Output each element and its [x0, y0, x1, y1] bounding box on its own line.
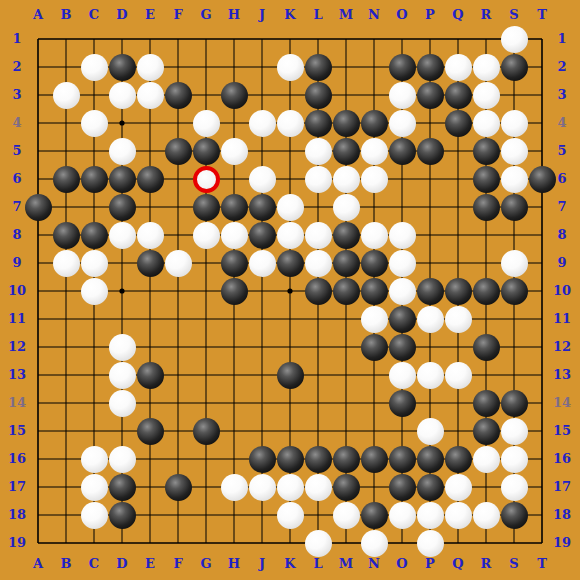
point-A18[interactable] — [24, 501, 52, 529]
point-E19[interactable] — [136, 529, 164, 557]
point-D5[interactable] — [108, 137, 136, 165]
point-C19[interactable] — [80, 529, 108, 557]
point-K16[interactable] — [276, 445, 304, 473]
point-M4[interactable] — [332, 109, 360, 137]
point-H9[interactable] — [220, 249, 248, 277]
point-E2[interactable] — [136, 53, 164, 81]
point-N10[interactable] — [360, 277, 388, 305]
point-T10[interactable] — [528, 277, 556, 305]
point-Q10[interactable] — [444, 277, 472, 305]
point-C18[interactable] — [80, 501, 108, 529]
point-J14[interactable] — [248, 389, 276, 417]
point-E4[interactable] — [136, 109, 164, 137]
point-G3[interactable] — [192, 81, 220, 109]
point-K10[interactable] — [276, 277, 304, 305]
point-K4[interactable] — [276, 109, 304, 137]
point-A11[interactable] — [24, 305, 52, 333]
point-L11[interactable] — [304, 305, 332, 333]
point-D13[interactable] — [108, 361, 136, 389]
point-T4[interactable] — [528, 109, 556, 137]
point-A15[interactable] — [24, 417, 52, 445]
point-N14[interactable] — [360, 389, 388, 417]
point-S18[interactable] — [500, 501, 528, 529]
point-F6[interactable] — [164, 165, 192, 193]
point-B12[interactable] — [52, 333, 80, 361]
point-L1[interactable] — [304, 25, 332, 53]
point-S4[interactable] — [500, 109, 528, 137]
point-F10[interactable] — [164, 277, 192, 305]
point-A13[interactable] — [24, 361, 52, 389]
point-B15[interactable] — [52, 417, 80, 445]
point-A2[interactable] — [24, 53, 52, 81]
point-K15[interactable] — [276, 417, 304, 445]
point-F15[interactable] — [164, 417, 192, 445]
point-T11[interactable] — [528, 305, 556, 333]
point-D18[interactable] — [108, 501, 136, 529]
point-T14[interactable] — [528, 389, 556, 417]
point-D1[interactable] — [108, 25, 136, 53]
point-C3[interactable] — [80, 81, 108, 109]
point-P12[interactable] — [416, 333, 444, 361]
point-P16[interactable] — [416, 445, 444, 473]
point-D12[interactable] — [108, 333, 136, 361]
point-D8[interactable] — [108, 221, 136, 249]
point-Q6[interactable] — [444, 165, 472, 193]
point-R11[interactable] — [472, 305, 500, 333]
point-K8[interactable] — [276, 221, 304, 249]
point-J19[interactable] — [248, 529, 276, 557]
point-Q11[interactable] — [444, 305, 472, 333]
point-T19[interactable] — [528, 529, 556, 557]
point-A4[interactable] — [24, 109, 52, 137]
point-R19[interactable] — [472, 529, 500, 557]
point-T2[interactable] — [528, 53, 556, 81]
point-P3[interactable] — [416, 81, 444, 109]
point-F5[interactable] — [164, 137, 192, 165]
point-C5[interactable] — [80, 137, 108, 165]
point-O8[interactable] — [388, 221, 416, 249]
point-H14[interactable] — [220, 389, 248, 417]
point-L4[interactable] — [304, 109, 332, 137]
point-E10[interactable] — [136, 277, 164, 305]
point-G4[interactable] — [192, 109, 220, 137]
point-O13[interactable] — [388, 361, 416, 389]
point-Q13[interactable] — [444, 361, 472, 389]
point-R15[interactable] — [472, 417, 500, 445]
point-R10[interactable] — [472, 277, 500, 305]
point-Q7[interactable] — [444, 193, 472, 221]
point-O10[interactable] — [388, 277, 416, 305]
point-M15[interactable] — [332, 417, 360, 445]
point-K1[interactable] — [276, 25, 304, 53]
point-N16[interactable] — [360, 445, 388, 473]
point-O1[interactable] — [388, 25, 416, 53]
point-G7[interactable] — [192, 193, 220, 221]
point-J6[interactable] — [248, 165, 276, 193]
point-P4[interactable] — [416, 109, 444, 137]
point-S14[interactable] — [500, 389, 528, 417]
point-P2[interactable] — [416, 53, 444, 81]
point-O15[interactable] — [388, 417, 416, 445]
point-G12[interactable] — [192, 333, 220, 361]
point-R12[interactable] — [472, 333, 500, 361]
point-G9[interactable] — [192, 249, 220, 277]
point-N4[interactable] — [360, 109, 388, 137]
point-E13[interactable] — [136, 361, 164, 389]
point-D6[interactable] — [108, 165, 136, 193]
point-H3[interactable] — [220, 81, 248, 109]
point-E12[interactable] — [136, 333, 164, 361]
point-D7[interactable] — [108, 193, 136, 221]
point-N19[interactable] — [360, 529, 388, 557]
point-M14[interactable] — [332, 389, 360, 417]
point-L19[interactable] — [304, 529, 332, 557]
point-D11[interactable] — [108, 305, 136, 333]
point-L9[interactable] — [304, 249, 332, 277]
point-T13[interactable] — [528, 361, 556, 389]
point-E7[interactable] — [136, 193, 164, 221]
point-A6[interactable] — [24, 165, 52, 193]
point-D17[interactable] — [108, 473, 136, 501]
point-K13[interactable] — [276, 361, 304, 389]
point-O17[interactable] — [388, 473, 416, 501]
point-F11[interactable] — [164, 305, 192, 333]
point-N7[interactable] — [360, 193, 388, 221]
point-D14[interactable] — [108, 389, 136, 417]
point-Q8[interactable] — [444, 221, 472, 249]
point-C2[interactable] — [80, 53, 108, 81]
point-B16[interactable] — [52, 445, 80, 473]
point-E1[interactable] — [136, 25, 164, 53]
point-G19[interactable] — [192, 529, 220, 557]
point-A5[interactable] — [24, 137, 52, 165]
point-P1[interactable] — [416, 25, 444, 53]
point-Q12[interactable] — [444, 333, 472, 361]
point-Q2[interactable] — [444, 53, 472, 81]
point-O19[interactable] — [388, 529, 416, 557]
point-B6[interactable] — [52, 165, 80, 193]
point-B8[interactable] — [52, 221, 80, 249]
point-D15[interactable] — [108, 417, 136, 445]
point-P5[interactable] — [416, 137, 444, 165]
point-R13[interactable] — [472, 361, 500, 389]
point-H6[interactable] — [220, 165, 248, 193]
point-F1[interactable] — [164, 25, 192, 53]
point-K11[interactable] — [276, 305, 304, 333]
point-M12[interactable] — [332, 333, 360, 361]
point-C4[interactable] — [80, 109, 108, 137]
point-E15[interactable] — [136, 417, 164, 445]
point-P6[interactable] — [416, 165, 444, 193]
point-R6[interactable] — [472, 165, 500, 193]
point-G11[interactable] — [192, 305, 220, 333]
point-J13[interactable] — [248, 361, 276, 389]
point-C7[interactable] — [80, 193, 108, 221]
point-B7[interactable] — [52, 193, 80, 221]
point-C16[interactable] — [80, 445, 108, 473]
point-L16[interactable] — [304, 445, 332, 473]
point-C12[interactable] — [80, 333, 108, 361]
point-H19[interactable] — [220, 529, 248, 557]
point-M17[interactable] — [332, 473, 360, 501]
point-O11[interactable] — [388, 305, 416, 333]
point-F2[interactable] — [164, 53, 192, 81]
point-T18[interactable] — [528, 501, 556, 529]
point-Q4[interactable] — [444, 109, 472, 137]
point-O12[interactable] — [388, 333, 416, 361]
point-N3[interactable] — [360, 81, 388, 109]
point-H8[interactable] — [220, 221, 248, 249]
point-B17[interactable] — [52, 473, 80, 501]
point-C9[interactable] — [80, 249, 108, 277]
point-F19[interactable] — [164, 529, 192, 557]
point-A17[interactable] — [24, 473, 52, 501]
point-A8[interactable] — [24, 221, 52, 249]
point-P13[interactable] — [416, 361, 444, 389]
point-E11[interactable] — [136, 305, 164, 333]
point-Q3[interactable] — [444, 81, 472, 109]
point-B11[interactable] — [52, 305, 80, 333]
point-E14[interactable] — [136, 389, 164, 417]
point-B4[interactable] — [52, 109, 80, 137]
point-K18[interactable] — [276, 501, 304, 529]
point-P7[interactable] — [416, 193, 444, 221]
point-K6[interactable] — [276, 165, 304, 193]
point-J10[interactable] — [248, 277, 276, 305]
point-B3[interactable] — [52, 81, 80, 109]
point-H16[interactable] — [220, 445, 248, 473]
point-H1[interactable] — [220, 25, 248, 53]
point-L15[interactable] — [304, 417, 332, 445]
point-J18[interactable] — [248, 501, 276, 529]
point-C8[interactable] — [80, 221, 108, 249]
point-C10[interactable] — [80, 277, 108, 305]
point-P9[interactable] — [416, 249, 444, 277]
point-M10[interactable] — [332, 277, 360, 305]
point-O5[interactable] — [388, 137, 416, 165]
point-J4[interactable] — [248, 109, 276, 137]
point-E16[interactable] — [136, 445, 164, 473]
point-M9[interactable] — [332, 249, 360, 277]
point-L2[interactable] — [304, 53, 332, 81]
point-F9[interactable] — [164, 249, 192, 277]
point-K9[interactable] — [276, 249, 304, 277]
point-K3[interactable] — [276, 81, 304, 109]
point-A19[interactable] — [24, 529, 52, 557]
point-T1[interactable] — [528, 25, 556, 53]
point-D3[interactable] — [108, 81, 136, 109]
point-F18[interactable] — [164, 501, 192, 529]
point-H10[interactable] — [220, 277, 248, 305]
point-B19[interactable] — [52, 529, 80, 557]
point-D19[interactable] — [108, 529, 136, 557]
point-S11[interactable] — [500, 305, 528, 333]
point-F8[interactable] — [164, 221, 192, 249]
point-K5[interactable] — [276, 137, 304, 165]
point-O4[interactable] — [388, 109, 416, 137]
point-H15[interactable] — [220, 417, 248, 445]
point-P17[interactable] — [416, 473, 444, 501]
point-M11[interactable] — [332, 305, 360, 333]
point-C11[interactable] — [80, 305, 108, 333]
point-L7[interactable] — [304, 193, 332, 221]
point-G14[interactable] — [192, 389, 220, 417]
point-S17[interactable] — [500, 473, 528, 501]
point-S10[interactable] — [500, 277, 528, 305]
point-H13[interactable] — [220, 361, 248, 389]
point-A16[interactable] — [24, 445, 52, 473]
point-G18[interactable] — [192, 501, 220, 529]
point-M6[interactable] — [332, 165, 360, 193]
point-C1[interactable] — [80, 25, 108, 53]
point-A12[interactable] — [24, 333, 52, 361]
point-S5[interactable] — [500, 137, 528, 165]
point-J3[interactable] — [248, 81, 276, 109]
point-G13[interactable] — [192, 361, 220, 389]
point-B9[interactable] — [52, 249, 80, 277]
point-G16[interactable] — [192, 445, 220, 473]
point-J17[interactable] — [248, 473, 276, 501]
point-O14[interactable] — [388, 389, 416, 417]
point-H2[interactable] — [220, 53, 248, 81]
point-F17[interactable] — [164, 473, 192, 501]
point-T8[interactable] — [528, 221, 556, 249]
point-O3[interactable] — [388, 81, 416, 109]
point-H12[interactable] — [220, 333, 248, 361]
point-B2[interactable] — [52, 53, 80, 81]
point-A10[interactable] — [24, 277, 52, 305]
point-B13[interactable] — [52, 361, 80, 389]
point-D16[interactable] — [108, 445, 136, 473]
point-S13[interactable] — [500, 361, 528, 389]
point-H4[interactable] — [220, 109, 248, 137]
point-M1[interactable] — [332, 25, 360, 53]
point-B18[interactable] — [52, 501, 80, 529]
point-K17[interactable] — [276, 473, 304, 501]
point-S9[interactable] — [500, 249, 528, 277]
point-F4[interactable] — [164, 109, 192, 137]
point-R18[interactable] — [472, 501, 500, 529]
point-L17[interactable] — [304, 473, 332, 501]
point-P19[interactable] — [416, 529, 444, 557]
point-J1[interactable] — [248, 25, 276, 53]
point-E9[interactable] — [136, 249, 164, 277]
point-Q1[interactable] — [444, 25, 472, 53]
point-G17[interactable] — [192, 473, 220, 501]
point-J15[interactable] — [248, 417, 276, 445]
point-H17[interactable] — [220, 473, 248, 501]
point-O6[interactable] — [388, 165, 416, 193]
point-K12[interactable] — [276, 333, 304, 361]
point-S8[interactable] — [500, 221, 528, 249]
point-K14[interactable] — [276, 389, 304, 417]
point-G6[interactable] — [192, 165, 220, 193]
point-J5[interactable] — [248, 137, 276, 165]
point-R4[interactable] — [472, 109, 500, 137]
point-N6[interactable] — [360, 165, 388, 193]
point-S19[interactable] — [500, 529, 528, 557]
point-G10[interactable] — [192, 277, 220, 305]
point-K7[interactable] — [276, 193, 304, 221]
point-Q9[interactable] — [444, 249, 472, 277]
point-P10[interactable] — [416, 277, 444, 305]
point-F3[interactable] — [164, 81, 192, 109]
point-J11[interactable] — [248, 305, 276, 333]
point-J16[interactable] — [248, 445, 276, 473]
point-C14[interactable] — [80, 389, 108, 417]
point-O9[interactable] — [388, 249, 416, 277]
point-G5[interactable] — [192, 137, 220, 165]
point-L10[interactable] — [304, 277, 332, 305]
point-M3[interactable] — [332, 81, 360, 109]
point-J12[interactable] — [248, 333, 276, 361]
point-B5[interactable] — [52, 137, 80, 165]
point-M18[interactable] — [332, 501, 360, 529]
point-P8[interactable] — [416, 221, 444, 249]
point-S3[interactable] — [500, 81, 528, 109]
point-O18[interactable] — [388, 501, 416, 529]
point-K19[interactable] — [276, 529, 304, 557]
point-D4[interactable] — [108, 109, 136, 137]
point-J7[interactable] — [248, 193, 276, 221]
point-H18[interactable] — [220, 501, 248, 529]
point-E6[interactable] — [136, 165, 164, 193]
point-R5[interactable] — [472, 137, 500, 165]
point-T17[interactable] — [528, 473, 556, 501]
point-B10[interactable] — [52, 277, 80, 305]
point-Q15[interactable] — [444, 417, 472, 445]
point-N8[interactable] — [360, 221, 388, 249]
point-G2[interactable] — [192, 53, 220, 81]
point-N11[interactable] — [360, 305, 388, 333]
point-F16[interactable] — [164, 445, 192, 473]
point-T6[interactable] — [528, 165, 556, 193]
point-Q18[interactable] — [444, 501, 472, 529]
point-Q17[interactable] — [444, 473, 472, 501]
point-T15[interactable] — [528, 417, 556, 445]
point-S1[interactable] — [500, 25, 528, 53]
point-R1[interactable] — [472, 25, 500, 53]
point-L6[interactable] — [304, 165, 332, 193]
point-S7[interactable] — [500, 193, 528, 221]
point-T16[interactable] — [528, 445, 556, 473]
point-D9[interactable] — [108, 249, 136, 277]
point-C15[interactable] — [80, 417, 108, 445]
point-C13[interactable] — [80, 361, 108, 389]
point-B14[interactable] — [52, 389, 80, 417]
point-M19[interactable] — [332, 529, 360, 557]
point-B1[interactable] — [52, 25, 80, 53]
point-S6[interactable] — [500, 165, 528, 193]
point-S2[interactable] — [500, 53, 528, 81]
point-L5[interactable] — [304, 137, 332, 165]
point-A9[interactable] — [24, 249, 52, 277]
point-N15[interactable] — [360, 417, 388, 445]
point-Q16[interactable] — [444, 445, 472, 473]
point-T9[interactable] — [528, 249, 556, 277]
point-N17[interactable] — [360, 473, 388, 501]
point-M2[interactable] — [332, 53, 360, 81]
point-E5[interactable] — [136, 137, 164, 165]
point-T5[interactable] — [528, 137, 556, 165]
point-M13[interactable] — [332, 361, 360, 389]
point-P14[interactable] — [416, 389, 444, 417]
point-A14[interactable] — [24, 389, 52, 417]
point-L13[interactable] — [304, 361, 332, 389]
point-M7[interactable] — [332, 193, 360, 221]
point-M16[interactable] — [332, 445, 360, 473]
point-R17[interactable] — [472, 473, 500, 501]
